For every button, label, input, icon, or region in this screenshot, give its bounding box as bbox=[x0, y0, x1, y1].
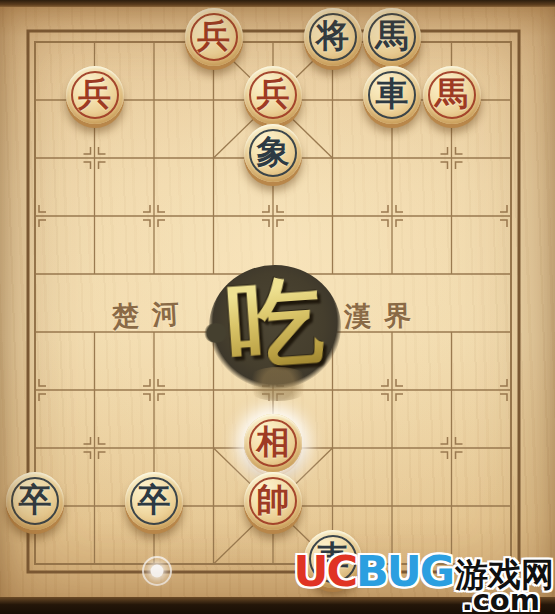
piece-glyph: 車 bbox=[363, 65, 421, 123]
piece-red-soldier[interactable]: 兵 bbox=[185, 8, 243, 66]
piece-red-general[interactable]: 帥 bbox=[244, 472, 302, 530]
piece-glyph: 馬 bbox=[363, 7, 421, 65]
piece-glyph: 将 bbox=[304, 7, 362, 65]
watermark: UCBUG游戏网 .com bbox=[294, 552, 554, 614]
piece-red-soldier[interactable]: 兵 bbox=[244, 66, 302, 124]
capture-stamp-text: 吃 bbox=[224, 272, 326, 374]
capture-stamp-splat: 吃 bbox=[209, 265, 341, 389]
xiangqi-board: 楚河 漢界 吃 兵将馬兵兵車馬象相卒卒帥車 UCBUG游戏网 .com bbox=[0, 0, 555, 614]
piece-black-horse[interactable]: 馬 bbox=[363, 8, 421, 66]
piece-red-soldier[interactable]: 兵 bbox=[66, 66, 124, 124]
piece-red-elephant[interactable]: 相 bbox=[244, 414, 302, 472]
piece-glyph: 象 bbox=[244, 123, 302, 181]
piece-glyph: 卒 bbox=[125, 471, 183, 529]
piece-glyph: 兵 bbox=[185, 7, 243, 65]
watermark-bug: BUG bbox=[356, 546, 453, 596]
table-edge-top bbox=[0, 0, 555, 7]
piece-black-chariot[interactable]: 車 bbox=[363, 66, 421, 124]
piece-glyph: 帥 bbox=[244, 471, 302, 529]
last-move-dot bbox=[142, 556, 172, 586]
piece-black-elephant[interactable]: 象 bbox=[244, 124, 302, 182]
piece-red-horse[interactable]: 馬 bbox=[423, 66, 481, 124]
piece-glyph: 相 bbox=[244, 413, 302, 471]
piece-glyph: 兵 bbox=[66, 65, 124, 123]
piece-glyph: 馬 bbox=[423, 65, 481, 123]
piece-black-soldier[interactable]: 卒 bbox=[6, 472, 64, 530]
piece-glyph: 兵 bbox=[244, 65, 302, 123]
river-label-chuhe: 楚河 bbox=[111, 295, 193, 335]
watermark-uc: UC bbox=[294, 546, 356, 596]
piece-black-soldier[interactable]: 卒 bbox=[125, 472, 183, 530]
piece-glyph: 卒 bbox=[6, 471, 64, 529]
river-label-hanjie: 漢界 bbox=[344, 297, 425, 334]
piece-black-general[interactable]: 将 bbox=[304, 8, 362, 66]
